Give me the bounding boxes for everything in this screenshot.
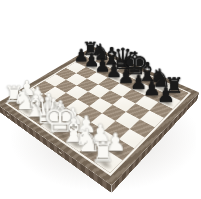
piece-white-rook[interactable]: ♜ xyxy=(75,139,131,167)
scene: ♜♞♝♛♚♝♞♜♟♟♟♟♟♟♟♟♟♟♟♟♟♟♟♟♜♞♝♛♚♝♞♜ xyxy=(0,0,201,199)
hinge-clasp xyxy=(6,112,11,118)
product-photo-chess-set: ♜♞♝♛♚♝♞♜♟♟♟♟♟♟♟♟♟♟♟♟♟♟♟♟♜♞♝♛♚♝♞♜ xyxy=(0,0,201,199)
piece-black-pawn[interactable]: ♟ xyxy=(143,84,188,105)
square-h1[interactable]: ♜ xyxy=(94,150,122,173)
